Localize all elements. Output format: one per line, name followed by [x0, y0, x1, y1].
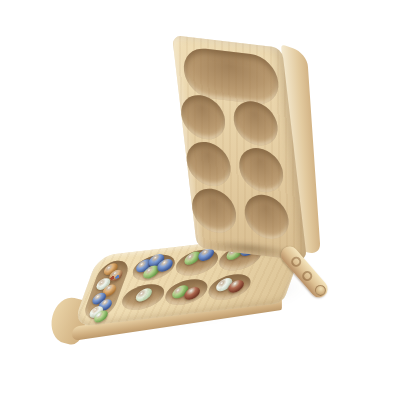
pit-upper-6[interactable] — [242, 192, 291, 241]
pit-near-3[interactable] — [204, 272, 254, 302]
hinge-ring-icon — [289, 255, 303, 269]
lower-store-pit[interactable] — [81, 259, 132, 320]
pit-near-2[interactable] — [161, 277, 211, 307]
hinge-ring-icon — [300, 269, 314, 283]
pit-upper-4[interactable] — [237, 146, 286, 195]
pit-upper-5[interactable] — [190, 186, 239, 235]
mancala-board-photo — [0, 0, 400, 400]
pit-near-1[interactable] — [118, 282, 168, 312]
pit-upper-3[interactable] — [184, 139, 233, 188]
bead-clear-green — [136, 286, 152, 304]
pit-upper-2[interactable] — [231, 99, 280, 148]
pit-upper-1[interactable] — [179, 93, 228, 142]
pit-far-1[interactable] — [129, 253, 179, 283]
